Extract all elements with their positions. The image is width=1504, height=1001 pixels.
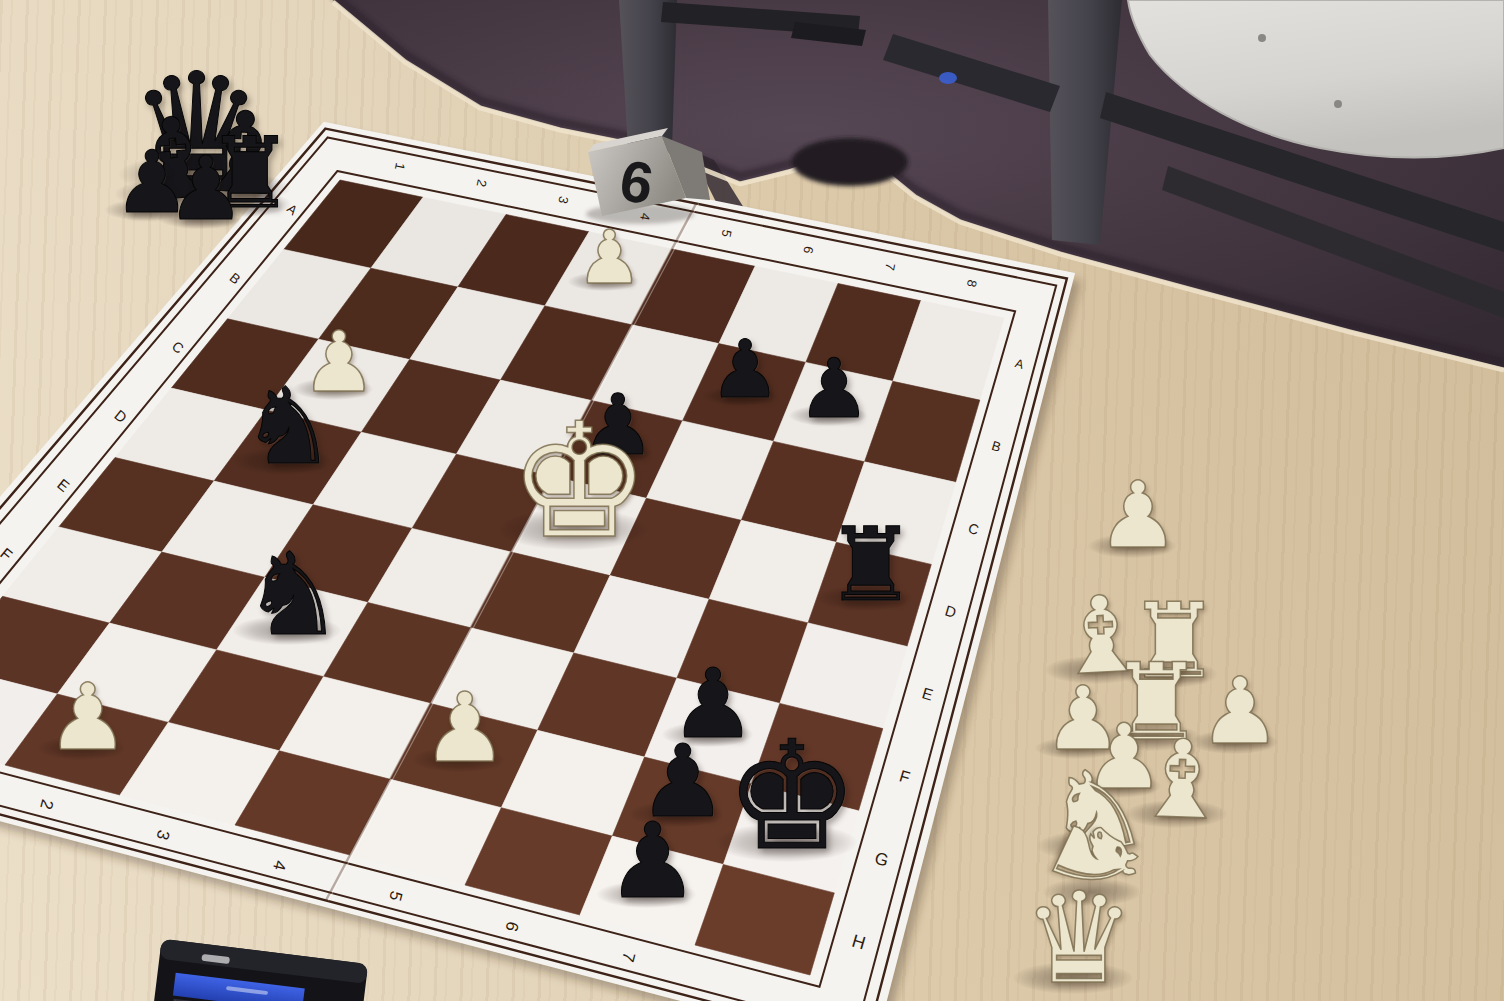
piece-shadow [233,616,341,646]
tournament-photo: 12345678234567ABCDEFGABCDEFGH 6 ♟♟♟♟♚♟♟♟… [0,0,1504,1001]
piece-shadow [1088,534,1175,558]
piece-shadow [1075,774,1161,797]
piece-shadow [816,585,913,612]
piece-shadow [293,378,373,400]
piece-shadow [789,405,867,426]
piece-shadow [38,736,125,760]
piece-shadow [568,272,638,291]
pieces-layer: ♟♟♟♟♚♟♟♟♟♟♟♞♞♜♚♛♝♝♜♟♟♟♝♜♜♟♟♟♝♞♞♛ [0,0,1504,1001]
piece-shadow [158,207,242,230]
piece-shadow [715,823,858,862]
piece-shadow [413,747,504,772]
piece-shadow [1043,878,1142,905]
piece-shadow [662,722,753,747]
piece-shadow [629,801,724,827]
piece-shadow [597,881,696,908]
piece-shadow [701,386,777,407]
piece-shadow [1190,730,1277,754]
piece-shadow [232,447,333,475]
piece-shadow [572,442,652,464]
piece-shadow [1125,800,1228,828]
piece-shadow [499,509,649,550]
piece-shadow [1035,737,1119,760]
piece-shadow [1119,660,1218,687]
piece-shadow [1037,831,1143,860]
piece-shadow [1013,962,1133,995]
